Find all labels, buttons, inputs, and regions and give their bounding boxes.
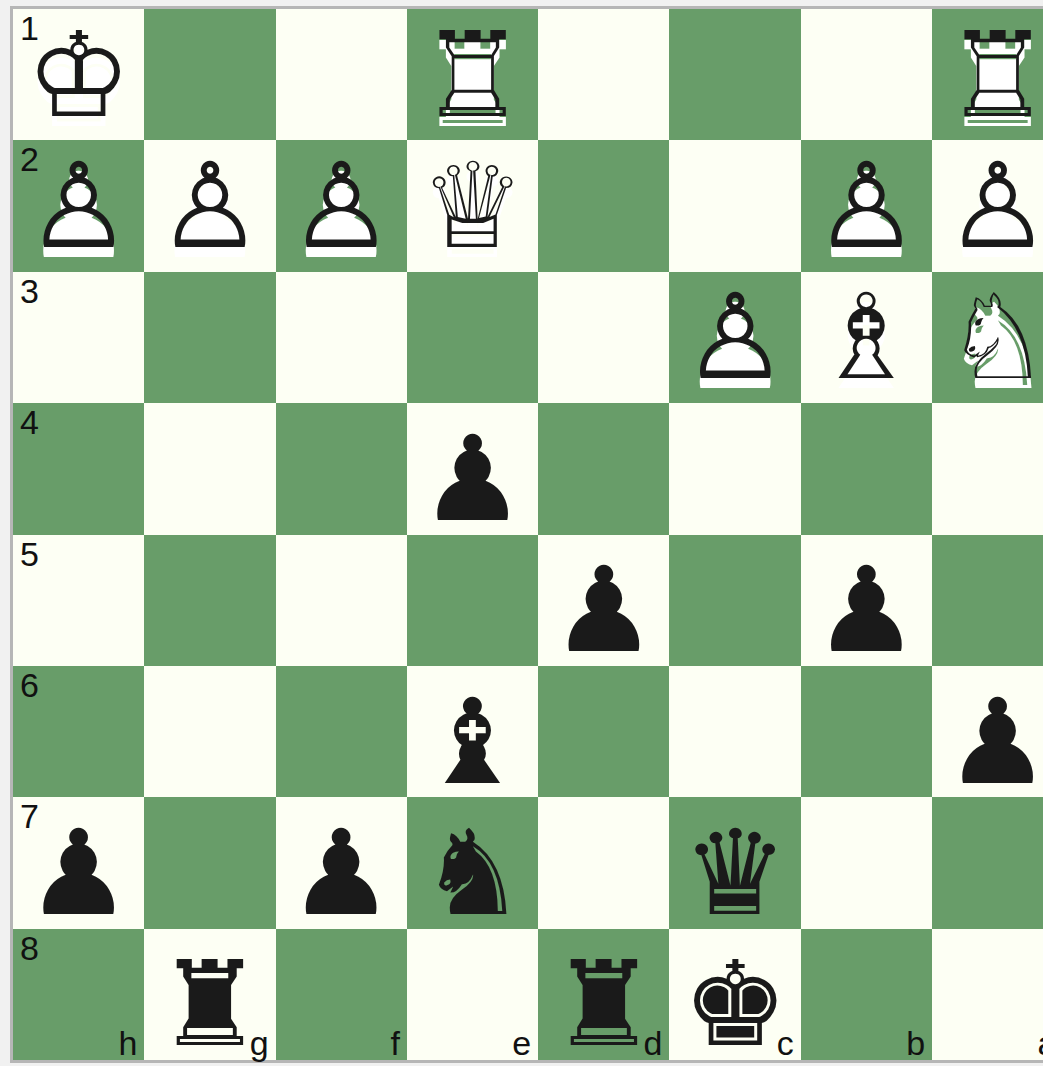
white-pawn[interactable]: ♟︎♙ <box>276 140 407 271</box>
square-c4[interactable] <box>669 403 800 534</box>
square-f1[interactable] <box>276 9 407 140</box>
square-a6[interactable]: ♟︎ <box>932 666 1043 797</box>
rank-label-3: 3 <box>20 274 39 310</box>
white-knight-outline: ♘ <box>945 268 1043 406</box>
rank-label-8: 8 <box>20 931 39 967</box>
black-bishop-glyph: ♝ <box>420 683 526 801</box>
square-d7[interactable] <box>538 797 669 928</box>
black-pawn[interactable]: ♟︎ <box>276 797 407 928</box>
black-pawn-glyph: ♟︎ <box>420 420 526 538</box>
black-pawn[interactable]: ♟︎ <box>538 535 669 666</box>
white-knight[interactable]: ♞♘ <box>932 272 1043 403</box>
white-pawn[interactable]: ♟︎♙ <box>144 140 275 271</box>
black-king-glyph: ♚ <box>682 945 788 1063</box>
black-pawn-glyph: ♟︎ <box>551 551 657 669</box>
rank-label-5: 5 <box>20 537 39 573</box>
white-pawn[interactable]: ♟︎♙ <box>801 140 932 271</box>
black-queen-glyph: ♛ <box>682 814 788 932</box>
file-label-h: h <box>118 1027 137 1059</box>
square-f6[interactable] <box>276 666 407 797</box>
square-d4[interactable] <box>538 403 669 534</box>
black-queen[interactable]: ♛ <box>669 797 800 928</box>
square-c6[interactable] <box>669 666 800 797</box>
white-queen-outline: ♕ <box>420 137 526 275</box>
square-a7[interactable] <box>932 797 1043 928</box>
square-f2[interactable]: ♟︎♙ <box>276 140 407 271</box>
black-bishop[interactable]: ♝ <box>407 666 538 797</box>
square-c1[interactable] <box>669 9 800 140</box>
square-f7[interactable]: ♟︎ <box>276 797 407 928</box>
square-g8[interactable]: g♜ <box>144 929 275 1060</box>
white-pawn[interactable]: ♟︎♙ <box>13 140 144 271</box>
square-h7[interactable]: 7♟︎ <box>13 797 144 928</box>
square-a1[interactable]: ♜♖ <box>932 9 1043 140</box>
square-a8[interactable]: a <box>932 929 1043 1060</box>
square-e3[interactable] <box>407 272 538 403</box>
black-knight[interactable]: ♞ <box>407 797 538 928</box>
square-d1[interactable] <box>538 9 669 140</box>
square-g3[interactable] <box>144 272 275 403</box>
square-g2[interactable]: ♟︎♙ <box>144 140 275 271</box>
square-b8[interactable]: b <box>801 929 932 1060</box>
square-h3[interactable]: 3 <box>13 272 144 403</box>
black-rook[interactable]: ♜ <box>144 929 275 1060</box>
file-label-e: e <box>512 1027 531 1059</box>
black-rook-glyph: ♜ <box>551 945 657 1063</box>
square-h8[interactable]: 8h <box>13 929 144 1060</box>
square-b2[interactable]: ♟︎♙ <box>801 140 932 271</box>
square-b1[interactable] <box>801 9 932 140</box>
white-king-outline: ♔ <box>26 6 132 144</box>
square-a5[interactable] <box>932 535 1043 666</box>
black-rook[interactable]: ♜ <box>538 929 669 1060</box>
square-f4[interactable] <box>276 403 407 534</box>
square-f3[interactable] <box>276 272 407 403</box>
black-rook-glyph: ♜ <box>157 945 263 1063</box>
white-pawn-outline: ♙ <box>945 137 1043 275</box>
black-king[interactable]: ♚ <box>669 929 800 1060</box>
white-king[interactable]: ♚♔ <box>13 9 144 140</box>
square-g1[interactable] <box>144 9 275 140</box>
square-b5[interactable]: ♟︎ <box>801 535 932 666</box>
chess-board: 1♚♔♜♖♜♖2♟︎♙♟︎♙♟︎♙♛♕♟︎♙♟︎♙3♟︎♙♝♗♞♘4♟︎5♟︎♟… <box>13 9 1043 1060</box>
square-h4[interactable]: 4 <box>13 403 144 534</box>
square-g7[interactable] <box>144 797 275 928</box>
white-bishop-outline: ♗ <box>814 268 920 406</box>
black-knight-glyph: ♞ <box>420 814 526 932</box>
black-pawn-glyph: ♟︎ <box>814 551 920 669</box>
square-c7[interactable]: ♛ <box>669 797 800 928</box>
square-g6[interactable] <box>144 666 275 797</box>
square-h2[interactable]: 2♟︎♙ <box>13 140 144 271</box>
file-label-a: a <box>1037 1027 1043 1059</box>
square-b6[interactable] <box>801 666 932 797</box>
square-e7[interactable]: ♞ <box>407 797 538 928</box>
black-pawn-glyph: ♟︎ <box>945 683 1043 801</box>
white-pawn-outline: ♙ <box>157 137 263 275</box>
rank-label-6: 6 <box>20 668 39 704</box>
square-e2[interactable]: ♛♕ <box>407 140 538 271</box>
square-d2[interactable] <box>538 140 669 271</box>
square-f5[interactable] <box>276 535 407 666</box>
square-h6[interactable]: 6 <box>13 666 144 797</box>
white-pawn[interactable]: ♟︎♙ <box>932 140 1043 271</box>
black-pawn[interactable]: ♟︎ <box>407 403 538 534</box>
white-bishop[interactable]: ♝♗ <box>801 272 932 403</box>
square-d5[interactable]: ♟︎ <box>538 535 669 666</box>
board-frame: 1♚♔♜♖♜♖2♟︎♙♟︎♙♟︎♙♛♕♟︎♙♟︎♙3♟︎♙♝♗♞♘4♟︎5♟︎♟… <box>10 6 1043 1063</box>
white-pawn-outline: ♙ <box>682 268 788 406</box>
square-a4[interactable] <box>932 403 1043 534</box>
square-e1[interactable]: ♜♖ <box>407 9 538 140</box>
square-f8[interactable]: f <box>276 929 407 1060</box>
white-rook[interactable]: ♜♖ <box>932 9 1043 140</box>
square-c2[interactable] <box>669 140 800 271</box>
square-e5[interactable] <box>407 535 538 666</box>
square-b7[interactable] <box>801 797 932 928</box>
black-pawn[interactable]: ♟︎ <box>13 797 144 928</box>
square-d8[interactable]: d♜ <box>538 929 669 1060</box>
white-rook-outline: ♖ <box>945 6 1043 144</box>
square-g5[interactable] <box>144 535 275 666</box>
white-pawn-outline: ♙ <box>288 137 394 275</box>
white-pawn-outline: ♙ <box>26 137 132 275</box>
square-b3[interactable]: ♝♗ <box>801 272 932 403</box>
file-label-f: f <box>390 1027 399 1059</box>
white-pawn[interactable]: ♟︎♙ <box>669 272 800 403</box>
square-g4[interactable] <box>144 403 275 534</box>
square-h5[interactable]: 5 <box>13 535 144 666</box>
white-pawn-outline: ♙ <box>814 137 920 275</box>
white-rook-outline: ♖ <box>420 6 526 144</box>
rank-label-4: 4 <box>20 405 39 441</box>
square-e6[interactable]: ♝ <box>407 666 538 797</box>
black-pawn-glyph: ♟︎ <box>26 814 132 932</box>
file-label-b: b <box>906 1027 925 1059</box>
square-d3[interactable] <box>538 272 669 403</box>
square-e4[interactable]: ♟︎ <box>407 403 538 534</box>
square-b4[interactable] <box>801 403 932 534</box>
square-c5[interactable] <box>669 535 800 666</box>
square-c3[interactable]: ♟︎♙ <box>669 272 800 403</box>
square-d6[interactable] <box>538 666 669 797</box>
square-h1[interactable]: 1♚♔ <box>13 9 144 140</box>
white-rook[interactable]: ♜♖ <box>407 9 538 140</box>
square-a3[interactable]: ♞♘ <box>932 272 1043 403</box>
black-pawn[interactable]: ♟︎ <box>932 666 1043 797</box>
square-c8[interactable]: c♚ <box>669 929 800 1060</box>
black-pawn[interactable]: ♟︎ <box>801 535 932 666</box>
white-queen[interactable]: ♛♕ <box>407 140 538 271</box>
square-e8[interactable]: e <box>407 929 538 1060</box>
black-pawn-glyph: ♟︎ <box>288 814 394 932</box>
square-a2[interactable]: ♟︎♙ <box>932 140 1043 271</box>
